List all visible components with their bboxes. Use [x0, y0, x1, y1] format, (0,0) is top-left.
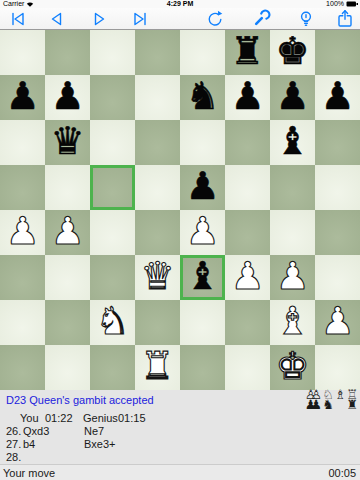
info-panel: D23 Queen's gambit accepted ♙♙♘♗♖♟♟♞♜ Yo…: [0, 390, 360, 480]
black-bishop[interactable]: ♝: [185, 254, 219, 299]
square-a2[interactable]: [0, 300, 45, 345]
square-c6[interactable]: [90, 120, 135, 165]
redo-button[interactable]: [205, 9, 225, 29]
clock-time: 4:29 PM: [0, 0, 360, 7]
black-rook[interactable]: ♜: [230, 29, 264, 74]
square-d6[interactable]: [135, 120, 180, 165]
go-to-end-button[interactable]: [130, 9, 150, 29]
white-knight[interactable]: ♞: [95, 299, 129, 344]
square-f5[interactable]: [225, 165, 270, 210]
turn-indicator: Your move: [3, 467, 55, 479]
square-e2[interactable]: [180, 300, 225, 345]
white-queen[interactable]: ♛: [140, 254, 174, 299]
white-player-label: You: [20, 412, 39, 424]
move-number: 26.: [6, 425, 21, 437]
black-bishop[interactable]: ♝: [275, 119, 309, 164]
white-rook[interactable]: ♜: [140, 344, 174, 389]
square-f8[interactable]: ♜: [225, 30, 270, 75]
hint-lightbulb-button[interactable]: [296, 9, 316, 29]
move-row[interactable]: 26. Qxd3 Ne7: [0, 425, 360, 438]
square-g1[interactable]: ♚: [270, 345, 315, 390]
square-h7[interactable]: ♟: [315, 75, 360, 120]
black-pawn[interactable]: ♟: [50, 74, 84, 119]
square-b4[interactable]: ♟: [45, 210, 90, 255]
square-f4[interactable]: [225, 210, 270, 255]
captured-black-knight-icon: ♞: [322, 400, 334, 410]
white-player-clock: 01:22: [45, 412, 73, 424]
white-pawn[interactable]: ♟: [230, 254, 264, 299]
square-a1[interactable]: [0, 345, 45, 390]
captured-white-bishop-icon: ♗: [334, 390, 346, 400]
square-e5[interactable]: ♟: [180, 165, 225, 210]
square-c8[interactable]: [90, 30, 135, 75]
square-f6[interactable]: [225, 120, 270, 165]
square-b6[interactable]: ♛: [45, 120, 90, 165]
status-line: Your move 00:05: [0, 464, 360, 480]
square-b7[interactable]: ♟: [45, 75, 90, 120]
square-e4[interactable]: ♟: [180, 210, 225, 255]
battery-percent: 100%: [326, 0, 344, 7]
square-h1[interactable]: [315, 345, 360, 390]
square-f7[interactable]: ♟: [225, 75, 270, 120]
tools-wrench-button[interactable]: [251, 9, 271, 29]
square-b5[interactable]: [45, 165, 90, 210]
white-king[interactable]: ♚: [275, 344, 309, 389]
step-back-button[interactable]: [47, 9, 67, 29]
square-h2[interactable]: ♟: [315, 300, 360, 345]
square-a6[interactable]: [0, 120, 45, 165]
black-pawn[interactable]: ♟: [230, 74, 264, 119]
black-move[interactable]: Ne7: [84, 425, 104, 437]
square-a4[interactable]: ♟: [0, 210, 45, 255]
square-b8[interactable]: [45, 30, 90, 75]
black-king[interactable]: ♚: [275, 29, 309, 74]
move-timer: 00:05: [328, 467, 356, 479]
white-pawn[interactable]: ♟: [50, 209, 84, 254]
square-e3[interactable]: ♝: [180, 255, 225, 300]
square-e8[interactable]: [180, 30, 225, 75]
square-d4[interactable]: [135, 210, 180, 255]
square-c1[interactable]: [90, 345, 135, 390]
share-button[interactable]: [335, 9, 355, 29]
white-pawn[interactable]: ♟: [5, 209, 39, 254]
white-pawn[interactable]: ♟: [275, 254, 309, 299]
square-f2[interactable]: [225, 300, 270, 345]
black-queen[interactable]: ♛: [50, 119, 84, 164]
step-forward-button[interactable]: [89, 9, 109, 29]
square-h5[interactable]: [315, 165, 360, 210]
status-bar: Carrier 4:29 PM 100%: [0, 0, 360, 8]
square-c7[interactable]: [90, 75, 135, 120]
square-e7[interactable]: ♞: [180, 75, 225, 120]
square-g7[interactable]: ♟: [270, 75, 315, 120]
black-pawn[interactable]: ♟: [5, 74, 39, 119]
square-d2[interactable]: [135, 300, 180, 345]
captured-black-pawn-icon: ♟♟: [305, 400, 322, 410]
toolbar: [0, 8, 360, 30]
captured-black-bishop-icon: [334, 400, 346, 410]
square-d1[interactable]: ♜: [135, 345, 180, 390]
move-row: 28.: [0, 451, 360, 464]
square-h8[interactable]: [315, 30, 360, 75]
black-player-label: Genius: [83, 412, 118, 424]
square-d8[interactable]: [135, 30, 180, 75]
square-h4[interactable]: [315, 210, 360, 255]
square-e1[interactable]: [180, 345, 225, 390]
chess-board[interactable]: ♜♚♟♟♞♟♟♟♛♝♟♟♟♟♛♝♟♟♞♝♟♜♚: [0, 30, 360, 390]
square-b2[interactable]: [45, 300, 90, 345]
square-c5[interactable]: [90, 165, 135, 210]
square-f1[interactable]: [225, 345, 270, 390]
square-g5[interactable]: [270, 165, 315, 210]
black-player-clock: 01:15: [118, 412, 146, 424]
square-a7[interactable]: ♟: [0, 75, 45, 120]
square-h3[interactable]: [315, 255, 360, 300]
white-move[interactable]: Qxd3: [23, 425, 49, 437]
white-bishop[interactable]: ♝: [275, 299, 309, 344]
square-c3[interactable]: [90, 255, 135, 300]
square-d3[interactable]: ♛: [135, 255, 180, 300]
move-row[interactable]: 27. b4 Bxe3+: [0, 438, 360, 451]
square-c2[interactable]: ♞: [90, 300, 135, 345]
move-number: 27.: [6, 438, 21, 450]
square-g8[interactable]: ♚: [270, 30, 315, 75]
square-c4[interactable]: [90, 210, 135, 255]
captured-black-pieces: ♟♟♞♜: [305, 400, 358, 410]
square-g2[interactable]: ♝: [270, 300, 315, 345]
square-g4[interactable]: [270, 210, 315, 255]
white-move[interactable]: b4: [23, 438, 35, 450]
captured-black-rook-icon: ♜: [346, 400, 358, 410]
black-move[interactable]: Bxe3+: [84, 438, 116, 450]
square-a3[interactable]: [0, 255, 45, 300]
square-b3[interactable]: [45, 255, 90, 300]
move-number: 28.: [6, 451, 21, 463]
square-b1[interactable]: [45, 345, 90, 390]
black-pawn[interactable]: ♟: [275, 74, 309, 119]
square-a5[interactable]: [0, 165, 45, 210]
square-h6[interactable]: [315, 120, 360, 165]
square-d5[interactable]: [135, 165, 180, 210]
black-pawn[interactable]: ♟: [185, 164, 219, 209]
go-to-start-button[interactable]: [8, 9, 28, 29]
opening-name: D23 Queen's gambit accepted: [6, 394, 154, 406]
square-g3[interactable]: ♟: [270, 255, 315, 300]
white-pawn[interactable]: ♟: [320, 299, 354, 344]
square-f3[interactable]: ♟: [225, 255, 270, 300]
square-a8[interactable]: [0, 30, 45, 75]
move-list-header: You 01:22 Genius 01:15: [0, 412, 360, 425]
black-knight[interactable]: ♞: [185, 74, 219, 119]
square-e6[interactable]: [180, 120, 225, 165]
captured-pieces: ♙♙♘♗♖♟♟♞♜: [305, 390, 358, 410]
white-pawn[interactable]: ♟: [185, 209, 219, 254]
square-d7[interactable]: [135, 75, 180, 120]
square-g6[interactable]: ♝: [270, 120, 315, 165]
battery-icon: [346, 1, 358, 7]
black-pawn[interactable]: ♟: [320, 74, 354, 119]
